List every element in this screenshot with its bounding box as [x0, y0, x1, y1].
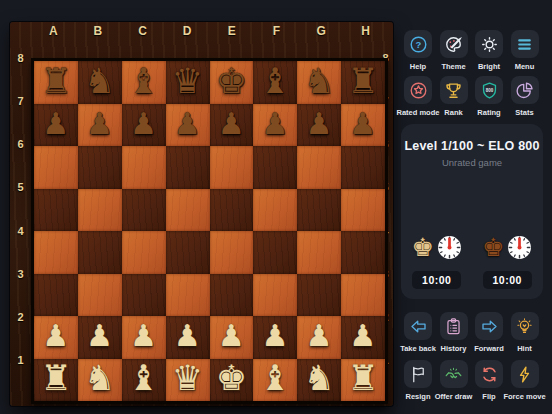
theme-label: Theme — [441, 63, 465, 71]
file-label-top-f: F — [254, 22, 299, 36]
hint-button[interactable] — [511, 312, 539, 340]
white-bishop: ♝ — [128, 361, 159, 396]
black-pawn: ♟ — [350, 109, 377, 139]
black-king-icon: ♚ — [482, 235, 504, 260]
stats-button[interactable] — [511, 76, 539, 104]
chess-board: ABCDEFGH ABCDEFGH 87654321 87654321 ♜♞♝♛… — [10, 22, 393, 406]
square-f8[interactable]: ♝ — [253, 61, 297, 104]
history-label: History — [441, 345, 467, 353]
black-king: ♚ — [216, 64, 247, 99]
rank-button[interactable] — [440, 76, 468, 104]
black-pawn: ♟ — [262, 109, 289, 139]
white-knight: ♞ — [303, 361, 334, 396]
stats-pie-icon — [515, 81, 534, 100]
square-f3[interactable] — [253, 274, 297, 317]
white-pawn: ♟ — [130, 321, 157, 351]
square-a8[interactable]: ♜ — [34, 61, 78, 104]
force-move-label: Force move — [503, 393, 545, 401]
square-e1[interactable]: ♚ — [210, 359, 254, 402]
square-f4[interactable] — [253, 231, 297, 274]
black-rook: ♜ — [40, 64, 71, 99]
black-clock-icon — [507, 235, 532, 260]
square-c2[interactable]: ♟ — [122, 316, 166, 359]
rank-label-left-5: 5 — [10, 166, 31, 209]
white-queen: ♛ — [172, 361, 203, 396]
white-clock-group: ♚ 10:00 — [412, 232, 462, 289]
square-b8[interactable]: ♞ — [78, 61, 122, 104]
resign-button-group: Resign — [400, 360, 436, 401]
square-h8[interactable]: ♜ — [341, 61, 385, 104]
white-pawn: ♟ — [42, 321, 69, 351]
flip-button[interactable] — [475, 360, 503, 388]
rank-label-left-1: 1 — [10, 339, 31, 382]
status-panel: Level 1/100 ~ ELO 800 Unrated game ♚ — [401, 124, 543, 299]
square-d4[interactable] — [166, 231, 210, 274]
square-a1[interactable]: ♜ — [34, 359, 78, 402]
square-d5[interactable] — [166, 189, 210, 232]
file-label-top-c: C — [120, 22, 165, 36]
hint-button-group: Hint — [507, 312, 543, 353]
black-pawn: ♟ — [174, 109, 201, 139]
rating-button[interactable]: 800 — [475, 76, 503, 104]
resign-button[interactable] — [404, 360, 432, 388]
clocks-row: ♚ 10:00 ♚ — [401, 232, 543, 289]
white-pawn: ♟ — [350, 321, 377, 351]
file-label-top-a: A — [31, 22, 76, 36]
white-king: ♚ — [216, 361, 247, 396]
flip-refresh-icon — [480, 365, 499, 384]
square-e7[interactable]: ♟ — [210, 104, 254, 147]
rating-value: 800 — [485, 87, 493, 92]
rated-mode-label: Rated mode — [397, 109, 440, 117]
history-button-group: History — [436, 312, 472, 353]
square-h1[interactable]: ♜ — [341, 359, 385, 402]
square-d3[interactable] — [166, 274, 210, 317]
rated-mode-icon — [409, 81, 428, 100]
rank-label-left-6: 6 — [10, 123, 31, 166]
board-grid: ♜♞♝♛♚♝♞♜♟♟♟♟♟♟♟♟♟♟♟♟♟♟♟♟♜♞♝♛♚♝♞♜ — [34, 61, 385, 401]
rank-trophy-icon — [444, 81, 463, 100]
rank-button-group: Rank — [436, 76, 472, 117]
square-b4[interactable] — [78, 231, 122, 274]
rank-label-left-3: 3 — [10, 252, 31, 295]
white-knight: ♞ — [84, 361, 115, 396]
square-b3[interactable] — [78, 274, 122, 317]
menu-button-group: Menu — [507, 30, 543, 71]
square-h4[interactable] — [341, 231, 385, 274]
flip-label: Flip — [482, 393, 495, 401]
file-label-top-g: G — [299, 22, 344, 36]
square-a3[interactable] — [34, 274, 78, 317]
square-g5[interactable] — [297, 189, 341, 232]
theme-icon — [444, 35, 463, 54]
black-pawn: ♟ — [218, 109, 245, 139]
rank-label-left-2: 2 — [10, 296, 31, 339]
square-c5[interactable] — [122, 189, 166, 232]
file-labels-top: ABCDEFGH — [31, 22, 388, 36]
help-icon: ? — [409, 35, 428, 54]
bright-label: Bright — [478, 63, 500, 71]
white-time: 10:00 — [412, 271, 461, 289]
square-b2[interactable]: ♟ — [78, 316, 122, 359]
white-clock-icon — [437, 235, 462, 260]
square-g8[interactable]: ♞ — [297, 61, 341, 104]
square-f2[interactable]: ♟ — [253, 316, 297, 359]
force-move-bolt-icon — [515, 365, 534, 384]
svg-text:?: ? — [415, 38, 421, 49]
offer-draw-label: Offer draw — [435, 393, 473, 401]
rank-labels-left: 87654321 — [10, 36, 31, 382]
theme-button-group: Theme — [436, 30, 472, 71]
black-time: 10:00 — [483, 271, 532, 289]
white-pawn: ♟ — [306, 321, 333, 351]
hint-bulb-icon — [515, 317, 534, 336]
square-h6[interactable] — [341, 146, 385, 189]
square-e5[interactable] — [210, 189, 254, 232]
rated-mode-button-group: Rated mode — [400, 76, 436, 117]
square-f7[interactable]: ♟ — [253, 104, 297, 147]
square-e6[interactable] — [210, 146, 254, 189]
square-f1[interactable]: ♝ — [253, 359, 297, 402]
square-d8[interactable]: ♛ — [166, 61, 210, 104]
square-a4[interactable] — [34, 231, 78, 274]
black-knight: ♞ — [84, 64, 115, 99]
help-button-group: ? Help — [400, 30, 436, 71]
black-pawn: ♟ — [306, 109, 333, 139]
take-back-arrow-icon — [409, 317, 428, 336]
square-c3[interactable] — [122, 274, 166, 317]
square-b6[interactable] — [78, 146, 122, 189]
square-d2[interactable]: ♟ — [166, 316, 210, 359]
white-bishop: ♝ — [260, 361, 291, 396]
history-clipboard-icon — [444, 317, 463, 336]
force-move-button-group: Force move — [507, 360, 543, 401]
stats-label: Stats — [515, 109, 533, 117]
rank-label-left-8: 8 — [10, 36, 31, 79]
bright-button-group: Bright — [471, 30, 507, 71]
rating-label: Rating — [477, 109, 500, 117]
square-e4[interactable] — [210, 231, 254, 274]
square-b7[interactable]: ♟ — [78, 104, 122, 147]
square-a7[interactable]: ♟ — [34, 104, 78, 147]
resign-flag-icon — [409, 365, 428, 384]
square-b5[interactable] — [78, 189, 122, 232]
rank-label-left-4: 4 — [10, 209, 31, 252]
take-back-label: Take back — [400, 345, 436, 353]
take-back-button[interactable] — [404, 312, 432, 340]
square-c4[interactable] — [122, 231, 166, 274]
square-e8[interactable]: ♚ — [210, 61, 254, 104]
square-g1[interactable]: ♞ — [297, 359, 341, 402]
game-type-subtitle: Unrated game — [401, 157, 543, 168]
square-f5[interactable] — [253, 189, 297, 232]
square-d1[interactable]: ♛ — [166, 359, 210, 402]
offer-draw-button[interactable] — [440, 360, 468, 388]
brightness-icon — [480, 35, 499, 54]
hint-label: Hint — [517, 345, 532, 353]
square-c7[interactable]: ♟ — [122, 104, 166, 147]
square-c8[interactable]: ♝ — [122, 61, 166, 104]
black-knight: ♞ — [303, 64, 334, 99]
white-king-icon: ♚ — [412, 235, 434, 260]
level-title: Level 1/100 ~ ELO 800 — [401, 139, 543, 153]
black-pawn: ♟ — [130, 109, 157, 139]
offer-draw-button-group: Offer draw — [436, 360, 472, 401]
force-move-button[interactable] — [511, 360, 539, 388]
file-label-top-e: E — [210, 22, 255, 36]
black-clock-group: ♚ 10:00 — [482, 232, 532, 289]
square-g4[interactable] — [297, 231, 341, 274]
help-button[interactable]: ? — [404, 30, 432, 58]
file-label-top-b: B — [76, 22, 121, 36]
file-label-top-d: D — [165, 22, 210, 36]
history-button[interactable] — [440, 312, 468, 340]
rating-shield-icon: 800 — [480, 81, 499, 100]
forward-arrow-icon — [480, 317, 499, 336]
square-h5[interactable] — [341, 189, 385, 232]
square-e3[interactable] — [210, 274, 254, 317]
black-bishop: ♝ — [260, 64, 291, 99]
square-g3[interactable] — [297, 274, 341, 317]
resign-label: Resign — [405, 393, 430, 401]
file-label-top-h: H — [343, 22, 388, 36]
square-a6[interactable] — [34, 146, 78, 189]
square-h3[interactable] — [341, 274, 385, 317]
square-e2[interactable]: ♟ — [210, 316, 254, 359]
forward-button[interactable] — [475, 312, 503, 340]
menu-label: Menu — [515, 63, 535, 71]
forward-label: Forward — [474, 345, 504, 353]
square-c1[interactable]: ♝ — [122, 359, 166, 402]
forward-button-group: Forward — [471, 312, 507, 353]
black-pawn: ♟ — [42, 109, 69, 139]
white-pawn: ♟ — [174, 321, 201, 351]
rank-label-left-7: 7 — [10, 79, 31, 122]
take-back-button-group: Take back — [400, 312, 436, 353]
square-c6[interactable] — [122, 146, 166, 189]
rank-label: Rank — [444, 109, 462, 117]
square-d7[interactable]: ♟ — [166, 104, 210, 147]
flip-button-group: Flip — [471, 360, 507, 401]
black-bishop: ♝ — [128, 64, 159, 99]
square-g7[interactable]: ♟ — [297, 104, 341, 147]
white-pawn: ♟ — [262, 321, 289, 351]
menu-button[interactable] — [511, 30, 539, 58]
white-pawn: ♟ — [218, 321, 245, 351]
stats-button-group: Stats — [507, 76, 543, 117]
black-rook: ♜ — [347, 64, 378, 99]
black-queen: ♛ — [172, 64, 203, 99]
menu-icon — [515, 35, 534, 54]
white-pawn: ♟ — [86, 321, 113, 351]
square-a2[interactable]: ♟ — [34, 316, 78, 359]
black-pawn: ♟ — [86, 109, 113, 139]
bright-button[interactable] — [475, 30, 503, 58]
square-h2[interactable]: ♟ — [341, 316, 385, 359]
square-f6[interactable] — [253, 146, 297, 189]
offer-draw-handshake-icon — [444, 365, 463, 384]
square-g6[interactable] — [297, 146, 341, 189]
rating-button-group: 800 Rating — [471, 76, 507, 117]
rated-mode-button[interactable] — [404, 76, 432, 104]
square-b1[interactable]: ♞ — [78, 359, 122, 402]
white-rook: ♜ — [347, 361, 378, 396]
square-h7[interactable]: ♟ — [341, 104, 385, 147]
help-label: Help — [410, 63, 426, 71]
board-squares-area: ♜♞♝♛♚♝♞♜♟♟♟♟♟♟♟♟♟♟♟♟♟♟♟♟♜♞♝♛♚♝♞♜ — [31, 58, 388, 404]
square-g2[interactable]: ♟ — [297, 316, 341, 359]
white-rook: ♜ — [40, 361, 71, 396]
square-d6[interactable] — [166, 146, 210, 189]
square-a5[interactable] — [34, 189, 78, 232]
theme-button[interactable] — [440, 30, 468, 58]
